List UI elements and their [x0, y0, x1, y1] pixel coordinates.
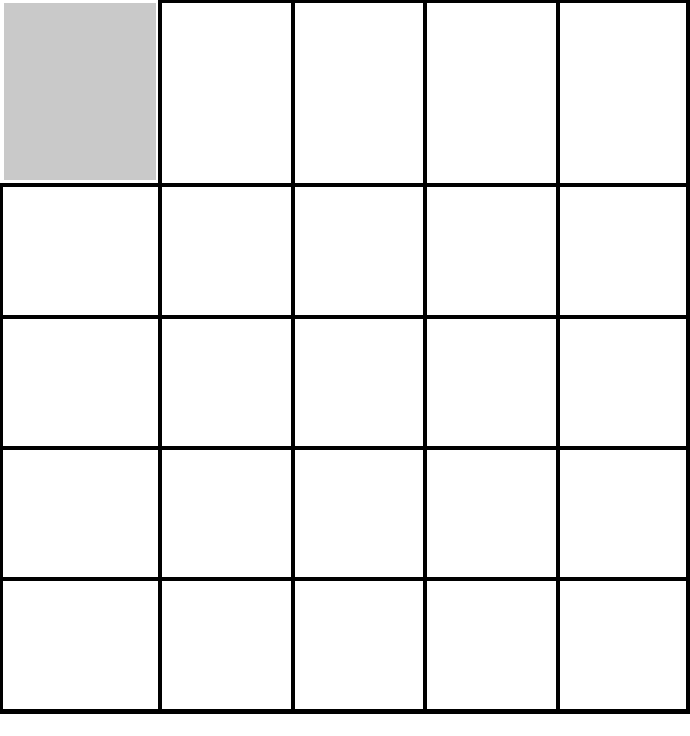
corner-gray-box — [4, 3, 156, 180]
corner-panel — [0, 0, 160, 184]
bold-grid-line-h-5 — [0, 315, 690, 319]
bold-grid-line-h-10 — [0, 446, 690, 450]
bold-grid-line-h-15 — [0, 577, 690, 581]
nonogram-page — [0, 0, 690, 736]
bold-grid-line-v-10 — [423, 0, 427, 714]
bold-grid-line-h-main — [0, 183, 690, 187]
bold-grid-line-right-edge — [686, 0, 690, 714]
bold-grid-line-v-main — [158, 0, 162, 714]
bold-grid-line-v-15 — [556, 0, 560, 714]
bold-grid-line-v-5 — [291, 0, 295, 714]
footer-bar — [0, 714, 690, 736]
bold-grid-line-top-edge — [158, 0, 690, 3]
